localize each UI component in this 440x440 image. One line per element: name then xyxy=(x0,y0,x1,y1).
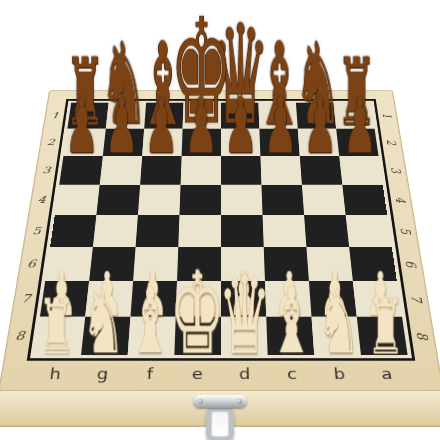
rank-label-right-8: 8 xyxy=(398,327,440,344)
rank-label-right-3: 3 xyxy=(375,164,417,177)
square-c2[interactable]: ♟ xyxy=(259,129,299,156)
square-e5[interactable] xyxy=(178,215,221,247)
file-labels-top: hgfedcba xyxy=(72,91,371,99)
square-e2[interactable]: ♟ xyxy=(182,129,221,156)
square-e8[interactable]: ♚ xyxy=(174,317,221,355)
square-c4[interactable] xyxy=(261,185,304,215)
square-g5[interactable] xyxy=(93,215,138,247)
square-c5[interactable] xyxy=(263,215,307,247)
square-d5[interactable] xyxy=(221,215,264,247)
square-f5[interactable] xyxy=(136,215,180,247)
square-f2[interactable]: ♟ xyxy=(142,129,182,156)
file-label-top-e: e xyxy=(184,91,221,99)
rank-label-right-7: 7 xyxy=(393,290,440,306)
square-b2[interactable]: ♟ xyxy=(298,129,339,156)
file-label-top-b: b xyxy=(295,91,333,99)
rank-label-right-2: 2 xyxy=(371,136,412,149)
file-label-top-d: d xyxy=(221,91,258,99)
square-h8[interactable]: ♜ xyxy=(34,317,85,355)
square-c8[interactable]: ♝ xyxy=(266,317,314,355)
latch-loop xyxy=(206,406,234,440)
light-knight-b8[interactable]: ♞ xyxy=(317,279,361,367)
latch-plate xyxy=(193,395,247,408)
square-e4[interactable] xyxy=(179,185,221,215)
square-h5[interactable] xyxy=(50,215,96,247)
chess-board: 12345678 12345678 hgfedcba hgfedcba ♜♞♝♚… xyxy=(0,90,440,392)
file-label-top-c: c xyxy=(258,91,296,99)
latch-screw-left xyxy=(198,399,203,404)
square-h4[interactable] xyxy=(55,185,100,215)
square-b8[interactable]: ♞ xyxy=(312,317,361,355)
light-queen-d8[interactable]: ♛ xyxy=(218,261,271,369)
file-label-top-h: h xyxy=(72,91,110,99)
file-label-bottom-a: a xyxy=(362,363,412,385)
square-b5[interactable] xyxy=(304,215,349,247)
light-bishop-f8[interactable]: ♝ xyxy=(128,277,173,367)
board-inner-frame: ♜♞♝♚♛♝♞♜♟♟♟♟♟♟♟♟♟♟♟♟♟♟♟♟♜♞♝♚♛♝♞♜ xyxy=(27,99,416,361)
board-front-edge xyxy=(0,390,440,427)
square-d2[interactable]: ♟ xyxy=(221,129,260,156)
file-label-bottom-h: h xyxy=(30,363,80,385)
file-label-top-g: g xyxy=(109,91,147,99)
latch-screw-right xyxy=(237,399,242,404)
light-king-e8[interactable]: ♚ xyxy=(169,256,225,370)
rank-label-right-1: 1 xyxy=(367,110,407,122)
square-b4[interactable] xyxy=(302,185,346,215)
light-rook-h8[interactable]: ♜ xyxy=(38,289,76,365)
clasp-latch xyxy=(193,395,247,440)
rank-label-right-5: 5 xyxy=(383,224,427,239)
file-label-top-f: f xyxy=(146,91,184,99)
square-f4[interactable] xyxy=(138,185,181,215)
light-knight-g8[interactable]: ♞ xyxy=(82,279,126,367)
file-label-top-a: a xyxy=(332,91,370,99)
square-g4[interactable] xyxy=(96,185,140,215)
square-g2[interactable]: ♟ xyxy=(103,129,144,156)
rank-label-right-6: 6 xyxy=(388,256,434,272)
square-g8[interactable]: ♞ xyxy=(81,317,130,355)
square-d4[interactable] xyxy=(221,185,263,215)
photo-scene: 12345678 12345678 hgfedcba hgfedcba ♜♞♝♚… xyxy=(0,0,440,440)
light-bishop-c8[interactable]: ♝ xyxy=(269,277,314,367)
square-d8[interactable]: ♛ xyxy=(221,317,268,355)
board-squares: ♜♞♝♚♛♝♞♜♟♟♟♟♟♟♟♟♟♟♟♟♟♟♟♟♜♞♝♚♛♝♞♜ xyxy=(34,103,407,355)
rank-label-right-4: 4 xyxy=(379,193,422,207)
